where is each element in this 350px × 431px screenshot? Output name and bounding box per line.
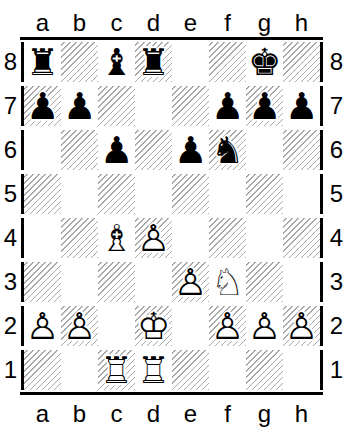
square-d8: ♜♜ — [135, 40, 172, 84]
empty-b3 — [61, 260, 98, 304]
rank-label-6: 6 — [323, 128, 350, 172]
square-e1 — [172, 348, 209, 392]
square-g4 — [246, 216, 283, 260]
piece-underlay — [135, 128, 172, 172]
empty-g6 — [246, 128, 283, 172]
file-label-e: e — [172, 402, 209, 426]
file-label-g: g — [246, 11, 283, 35]
piece-underlay: ♟ — [61, 84, 98, 128]
white-pawn-d4: ♙ — [135, 216, 172, 260]
file-label-a: a — [24, 11, 61, 35]
rank-6-row: ♟♟ ♟♟ ♞♞ — [21, 128, 323, 172]
rank-label-8: 8 — [0, 40, 21, 84]
rank-3-row: ♟♙ ♞♘ — [21, 260, 323, 304]
empty-c7 — [98, 84, 135, 128]
piece-underlay — [61, 260, 98, 304]
empty-g4 — [246, 216, 283, 260]
piece-underlay: ♟ — [24, 304, 61, 348]
square-d3 — [135, 260, 172, 304]
file-label-h: h — [283, 402, 320, 426]
white-pawn-h2: ♙ — [283, 304, 320, 348]
square-f8 — [209, 40, 246, 84]
white-pawn-b2: ♙ — [61, 304, 98, 348]
square-e5 — [172, 172, 209, 216]
empty-c3 — [98, 260, 135, 304]
empty-h4 — [283, 216, 320, 260]
square-b1 — [61, 348, 98, 392]
piece-underlay: ♟ — [209, 304, 246, 348]
piece-underlay — [172, 304, 209, 348]
empty-c5 — [98, 172, 135, 216]
piece-underlay: ♚ — [135, 304, 172, 348]
empty-d3 — [135, 260, 172, 304]
white-rook-d1: ♖ — [135, 348, 172, 392]
piece-underlay: ♜ — [98, 348, 135, 392]
square-d2: ♚♔ — [135, 304, 172, 348]
piece-underlay: ♟ — [209, 84, 246, 128]
piece-underlay — [283, 216, 320, 260]
empty-b8 — [61, 40, 98, 84]
square-a1 — [24, 348, 61, 392]
white-pawn-a2: ♙ — [24, 304, 61, 348]
square-h4 — [283, 216, 320, 260]
piece-underlay — [135, 260, 172, 304]
empty-g5 — [246, 172, 283, 216]
rank-label-7: 7 — [323, 84, 350, 128]
square-g2: ♟♙ — [246, 304, 283, 348]
piece-underlay — [283, 128, 320, 172]
piece-underlay: ♟ — [172, 260, 209, 304]
rank-label-8: 8 — [323, 40, 350, 84]
piece-underlay — [98, 260, 135, 304]
file-label-d: d — [135, 402, 172, 426]
rank-4-row: ♝♗ ♟♙ — [21, 216, 323, 260]
piece-underlay: ♟ — [172, 128, 209, 172]
piece-underlay — [61, 216, 98, 260]
file-label-b: b — [61, 402, 98, 426]
rank-label-7: 7 — [0, 84, 21, 128]
file-labels-top: a b c d e f g h — [24, 6, 350, 37]
piece-underlay — [246, 172, 283, 216]
empty-a1 — [24, 348, 61, 392]
file-labels-bottom: a b c d e f g h — [24, 395, 350, 426]
piece-underlay — [246, 260, 283, 304]
square-a7: ♟♟ — [24, 84, 61, 128]
rank-8-row: ♜♜ ♝♝ ♜♜ ♚♚ — [21, 40, 323, 84]
empty-h6 — [283, 128, 320, 172]
black-pawn-b7: ♟ — [61, 84, 98, 128]
empty-e7 — [172, 84, 209, 128]
empty-g3 — [246, 260, 283, 304]
empty-g1 — [246, 348, 283, 392]
piece-underlay: ♜ — [135, 40, 172, 84]
black-king-g8: ♚ — [246, 40, 283, 84]
empty-f8 — [209, 40, 246, 84]
empty-a4 — [24, 216, 61, 260]
rank-labels-left: 8 7 6 5 4 3 2 1 — [0, 37, 21, 395]
piece-underlay — [283, 40, 320, 84]
rank-label-1: 1 — [0, 348, 21, 392]
piece-underlay — [209, 216, 246, 260]
square-b8 — [61, 40, 98, 84]
black-pawn-a7: ♟ — [24, 84, 61, 128]
piece-underlay — [209, 40, 246, 84]
square-f3: ♞♘ — [209, 260, 246, 304]
square-f4 — [209, 216, 246, 260]
piece-underlay — [283, 348, 320, 392]
piece-underlay: ♟ — [24, 84, 61, 128]
empty-f5 — [209, 172, 246, 216]
piece-underlay — [61, 172, 98, 216]
square-g3 — [246, 260, 283, 304]
white-pawn-g2: ♙ — [246, 304, 283, 348]
square-b4 — [61, 216, 98, 260]
piece-underlay — [209, 172, 246, 216]
square-g1 — [246, 348, 283, 392]
piece-underlay: ♟ — [246, 304, 283, 348]
file-label-e: e — [172, 11, 209, 35]
piece-underlay — [135, 172, 172, 216]
rank-label-5: 5 — [0, 172, 21, 216]
piece-underlay — [24, 128, 61, 172]
empty-f1 — [209, 348, 246, 392]
square-c6: ♟♟ — [98, 128, 135, 172]
square-d5 — [135, 172, 172, 216]
piece-underlay: ♜ — [135, 348, 172, 392]
empty-h3 — [283, 260, 320, 304]
piece-underlay — [246, 348, 283, 392]
piece-underlay: ♟ — [283, 304, 320, 348]
piece-underlay: ♞ — [209, 260, 246, 304]
white-bishop-c4: ♗ — [98, 216, 135, 260]
square-h3 — [283, 260, 320, 304]
piece-underlay — [24, 260, 61, 304]
piece-underlay — [24, 348, 61, 392]
square-f7: ♟♟ — [209, 84, 246, 128]
empty-a5 — [24, 172, 61, 216]
piece-underlay — [172, 172, 209, 216]
square-a2: ♟♙ — [24, 304, 61, 348]
rank-label-4: 4 — [323, 216, 350, 260]
empty-e5 — [172, 172, 209, 216]
black-knight-f6: ♞ — [209, 128, 246, 172]
square-c3 — [98, 260, 135, 304]
piece-underlay — [172, 348, 209, 392]
square-f5 — [209, 172, 246, 216]
square-f1 — [209, 348, 246, 392]
empty-d7 — [135, 84, 172, 128]
piece-underlay: ♚ — [246, 40, 283, 84]
square-a3 — [24, 260, 61, 304]
square-e4 — [172, 216, 209, 260]
piece-underlay: ♟ — [246, 84, 283, 128]
square-f6: ♞♞ — [209, 128, 246, 172]
piece-underlay — [172, 84, 209, 128]
white-pawn-f2: ♙ — [209, 304, 246, 348]
empty-h8 — [283, 40, 320, 84]
piece-underlay — [98, 84, 135, 128]
square-f2: ♟♙ — [209, 304, 246, 348]
square-e7 — [172, 84, 209, 128]
rank-label-5: 5 — [323, 172, 350, 216]
square-b2: ♟♙ — [61, 304, 98, 348]
square-a5 — [24, 172, 61, 216]
rank-7-row: ♟♟ ♟♟ ♟♟ ♟♟ ♟♟ — [21, 84, 323, 128]
square-d1: ♜♖ — [135, 348, 172, 392]
square-g7: ♟♟ — [246, 84, 283, 128]
piece-underlay: ♞ — [209, 128, 246, 172]
empty-a6 — [24, 128, 61, 172]
rank-label-2: 2 — [0, 304, 21, 348]
piece-underlay: ♜ — [24, 40, 61, 84]
square-h7: ♟♟ — [283, 84, 320, 128]
square-c4: ♝♗ — [98, 216, 135, 260]
square-h1 — [283, 348, 320, 392]
rank-label-2: 2 — [323, 304, 350, 348]
empty-f4 — [209, 216, 246, 260]
black-rook-d8: ♜ — [135, 40, 172, 84]
empty-h1 — [283, 348, 320, 392]
square-g5 — [246, 172, 283, 216]
empty-d6 — [135, 128, 172, 172]
empty-h5 — [283, 172, 320, 216]
square-c5 — [98, 172, 135, 216]
empty-b6 — [61, 128, 98, 172]
piece-underlay — [246, 128, 283, 172]
chess-diagram: a b c d e f g h 8 7 6 5 4 3 2 1 ♜♜ ♝♝ ♜♜ — [0, 0, 350, 426]
black-pawn-c6: ♟ — [98, 128, 135, 172]
file-label-h: h — [283, 11, 320, 35]
empty-a3 — [24, 260, 61, 304]
piece-underlay — [246, 216, 283, 260]
square-d6 — [135, 128, 172, 172]
square-e2 — [172, 304, 209, 348]
piece-underlay: ♝ — [98, 40, 135, 84]
piece-underlay — [209, 348, 246, 392]
square-e6: ♟♟ — [172, 128, 209, 172]
rank-labels-right: 8 7 6 5 4 3 2 1 — [323, 37, 350, 395]
piece-underlay — [172, 216, 209, 260]
empty-b4 — [61, 216, 98, 260]
file-label-c: c — [98, 11, 135, 35]
square-d7 — [135, 84, 172, 128]
board: ♜♜ ♝♝ ♜♜ ♚♚ ♟♟ ♟♟ ♟♟ ♟♟ ♟♟ — [21, 37, 323, 395]
square-g8: ♚♚ — [246, 40, 283, 84]
empty-e4 — [172, 216, 209, 260]
empty-c2 — [98, 304, 135, 348]
piece-underlay: ♝ — [98, 216, 135, 260]
square-d4: ♟♙ — [135, 216, 172, 260]
piece-underlay — [24, 216, 61, 260]
piece-underlay — [283, 260, 320, 304]
empty-e2 — [172, 304, 209, 348]
rank-label-1: 1 — [323, 348, 350, 392]
empty-e1 — [172, 348, 209, 392]
square-g6 — [246, 128, 283, 172]
piece-underlay — [283, 172, 320, 216]
square-a6 — [24, 128, 61, 172]
file-label-g: g — [246, 402, 283, 426]
piece-underlay — [61, 40, 98, 84]
black-pawn-f7: ♟ — [209, 84, 246, 128]
piece-underlay — [98, 304, 135, 348]
file-label-d: d — [135, 11, 172, 35]
rank-1-row: ♜♖ ♜♖ — [21, 348, 323, 392]
square-e8 — [172, 40, 209, 84]
square-a4 — [24, 216, 61, 260]
square-h2: ♟♙ — [283, 304, 320, 348]
piece-underlay — [61, 128, 98, 172]
piece-underlay — [24, 172, 61, 216]
file-label-f: f — [209, 11, 246, 35]
empty-b1 — [61, 348, 98, 392]
piece-underlay: ♟ — [135, 216, 172, 260]
black-bishop-c8: ♝ — [98, 40, 135, 84]
empty-d5 — [135, 172, 172, 216]
file-label-c: c — [98, 402, 135, 426]
white-king-d2: ♔ — [135, 304, 172, 348]
file-label-b: b — [61, 11, 98, 35]
rank-label-3: 3 — [323, 260, 350, 304]
square-b5 — [61, 172, 98, 216]
piece-underlay — [172, 40, 209, 84]
square-h5 — [283, 172, 320, 216]
white-pawn-e3: ♙ — [172, 260, 209, 304]
rank-2-row: ♟♙ ♟♙ ♚♔ ♟♙ ♟♙ ♟♙ — [21, 304, 323, 348]
square-c2 — [98, 304, 135, 348]
square-b6 — [61, 128, 98, 172]
black-pawn-e6: ♟ — [172, 128, 209, 172]
square-c8: ♝♝ — [98, 40, 135, 84]
piece-underlay: ♟ — [61, 304, 98, 348]
black-pawn-h7: ♟ — [283, 84, 320, 128]
square-b7: ♟♟ — [61, 84, 98, 128]
board-bottom-border — [20, 392, 323, 395]
square-h6 — [283, 128, 320, 172]
file-label-a: a — [24, 402, 61, 426]
piece-underlay — [98, 172, 135, 216]
square-c7 — [98, 84, 135, 128]
square-h8 — [283, 40, 320, 84]
rank-label-4: 4 — [0, 216, 21, 260]
empty-e8 — [172, 40, 209, 84]
white-rook-c1: ♖ — [98, 348, 135, 392]
square-c1: ♜♖ — [98, 348, 135, 392]
black-pawn-g7: ♟ — [246, 84, 283, 128]
piece-underlay — [135, 84, 172, 128]
rank-5-row — [21, 172, 323, 216]
square-a8: ♜♜ — [24, 40, 61, 84]
file-label-f: f — [209, 402, 246, 426]
white-knight-f3: ♘ — [209, 260, 246, 304]
rank-label-6: 6 — [0, 128, 21, 172]
piece-underlay — [61, 348, 98, 392]
square-e3: ♟♙ — [172, 260, 209, 304]
square-b3 — [61, 260, 98, 304]
piece-underlay: ♟ — [283, 84, 320, 128]
piece-underlay: ♟ — [98, 128, 135, 172]
rank-label-3: 3 — [0, 260, 21, 304]
empty-b5 — [61, 172, 98, 216]
black-rook-a8: ♜ — [24, 40, 61, 84]
